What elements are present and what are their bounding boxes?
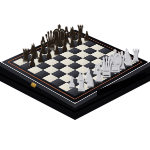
chess-board: ♜♞♝♛♚♝♞♜♟♟♟♟♟♟♟♟♟♟♟♟♟♟♟♟♜♞♝♛♚♝♞♜ xyxy=(1,30,148,104)
board-scene: ♜♞♝♛♚♝♞♜♟♟♟♟♟♟♟♟♟♟♟♟♟♟♟♟♜♞♝♛♚♝♞♜ xyxy=(0,0,150,150)
chess-set-photo: ♜♞♝♛♚♝♞♜♟♟♟♟♟♟♟♟♟♟♟♟♟♟♟♟♜♞♝♛♚♝♞♜ xyxy=(0,0,150,150)
board-squares xyxy=(13,34,137,96)
